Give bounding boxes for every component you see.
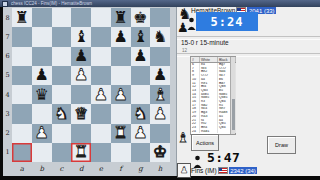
square-c4[interactable] — [52, 85, 72, 104]
square-b2[interactable]: ♟ — [32, 124, 52, 143]
square-h7[interactable]: ♞ — [150, 27, 170, 46]
square-g1[interactable] — [131, 143, 151, 162]
square-f4[interactable]: ♟ — [111, 85, 131, 104]
rank-label-7: 7 — [3, 27, 12, 46]
bottom-player-rating: 2342 (34) — [229, 167, 258, 174]
captured-white-pawn-icon: ♟ — [177, 163, 191, 178]
square-c7[interactable] — [52, 27, 72, 46]
piece-white-rook: ♜ — [74, 144, 88, 160]
square-h2[interactable] — [150, 124, 170, 143]
square-e6[interactable] — [91, 47, 111, 66]
captured-white-bishop-icon: ♝ — [177, 131, 189, 144]
piece-white-bishop: ♝ — [153, 87, 167, 103]
square-b8[interactable] — [32, 8, 52, 27]
square-e4[interactable]: ♟ — [91, 85, 111, 104]
file-label-a: a — [12, 163, 32, 175]
title-bar[interactable]: chess ICC24 - Fins(IM) - HematiteBrown — [0, 0, 320, 7]
square-h1[interactable]: ♚ — [150, 143, 170, 162]
square-g6[interactable]: ♟ — [131, 47, 151, 66]
square-a1[interactable] — [12, 143, 32, 162]
rank-label-1: 1 — [3, 143, 12, 162]
square-e5[interactable] — [91, 66, 111, 85]
piece-black-knight: ♞ — [153, 29, 167, 45]
bottom-border — [0, 176, 320, 180]
piece-white-pawn: ♟ — [74, 67, 88, 83]
rank-label-8: 8 — [3, 8, 12, 27]
file-label-g: g — [131, 163, 151, 175]
actions-button[interactable]: Actions — [191, 134, 219, 151]
square-d5[interactable]: ♟ — [71, 66, 91, 85]
piece-white-queen: ♛ — [74, 106, 88, 122]
board-frame: 87654321 ♜♜♚♝♟♝♞♟♟♟♟♟♛♟♟♝♞♛♞♟♟♜♟♜♚ abcde… — [3, 7, 177, 176]
piece-white-pawn: ♟ — [34, 125, 48, 141]
square-d3[interactable]: ♛ — [71, 104, 91, 123]
square-a7[interactable] — [12, 27, 32, 46]
bottom-player-name: Fins (IM) — [191, 167, 217, 174]
game-panel: ♞ ♟ HematiteBrown 2041 (33) 5:24 15-0 r … — [177, 7, 320, 176]
square-h4[interactable]: ♝ — [150, 85, 170, 104]
move-row-24[interactable]: 24Rad1 — [191, 130, 236, 134]
top-player-clock: 5:24 — [196, 12, 258, 31]
square-f1[interactable] — [111, 143, 131, 162]
game-type-label: 15-0 r 15-minute — [181, 39, 229, 46]
rank-label-4: 4 — [3, 85, 12, 104]
top-player-icon — [187, 16, 196, 34]
square-d4[interactable] — [71, 85, 91, 104]
square-g3[interactable]: ♞ — [131, 104, 151, 123]
square-e2[interactable] — [91, 124, 111, 143]
square-g4[interactable] — [131, 85, 151, 104]
square-f3[interactable] — [111, 104, 131, 123]
piece-black-pawn: ♟ — [113, 29, 127, 45]
move-cell[interactable]: Rad1 — [200, 130, 218, 134]
square-c3[interactable]: ♞ — [52, 104, 72, 123]
piece-black-pawn: ♟ — [34, 67, 48, 83]
square-h8[interactable] — [150, 8, 170, 27]
piece-black-bishop: ♝ — [74, 29, 88, 45]
square-e3[interactable] — [91, 104, 111, 123]
square-a2[interactable] — [12, 124, 32, 143]
square-a3[interactable] — [12, 104, 32, 123]
rank-label-5: 5 — [3, 66, 12, 85]
square-g8[interactable]: ♚ — [131, 8, 151, 27]
square-c8[interactable] — [52, 8, 72, 27]
rank-labels: 87654321 — [3, 8, 12, 162]
square-g5[interactable] — [131, 66, 151, 85]
bottom-player-row[interactable]: Fins (IM) 2342 (34) — [191, 167, 257, 174]
square-a8[interactable]: ♜ — [12, 8, 32, 27]
piece-black-rook: ♜ — [113, 10, 127, 26]
us-flag-icon — [218, 167, 228, 174]
rank-label-2: 2 — [3, 124, 12, 143]
file-label-b: b — [32, 163, 52, 175]
piece-white-knight: ♞ — [133, 106, 147, 122]
square-d2[interactable] — [71, 124, 91, 143]
file-label-e: e — [91, 163, 111, 175]
bottom-player-clock: 5:47 — [207, 150, 240, 165]
square-a4[interactable] — [12, 85, 32, 104]
piece-white-pawn: ♟ — [153, 106, 167, 122]
square-f2[interactable]: ♜ — [111, 124, 131, 143]
file-labels: abcdefgh — [12, 163, 170, 175]
square-d7[interactable]: ♝ — [71, 27, 91, 46]
square-f5[interactable] — [111, 66, 131, 85]
piece-white-rook: ♜ — [113, 125, 127, 141]
square-d8[interactable] — [71, 8, 91, 27]
piece-white-pawn: ♟ — [133, 125, 147, 141]
square-d6[interactable]: ♟ — [71, 47, 91, 66]
rank-label-3: 3 — [3, 104, 12, 123]
square-b3[interactable] — [32, 104, 52, 123]
piece-black-bishop: ♝ — [133, 29, 147, 45]
chess-board[interactable]: ♜♜♚♝♟♝♞♟♟♟♟♟♛♟♟♝♞♛♞♟♟♜♟♜♚ — [12, 8, 170, 162]
square-b5[interactable]: ♟ — [32, 66, 52, 85]
rank-label-6: 6 — [3, 47, 12, 66]
piece-black-rook: ♜ — [15, 10, 29, 26]
square-h5[interactable]: ♟ — [150, 66, 170, 85]
piece-black-king: ♚ — [133, 10, 147, 26]
piece-white-pawn: ♟ — [94, 87, 108, 103]
square-g7[interactable]: ♝ — [131, 27, 151, 46]
square-c2[interactable] — [52, 124, 72, 143]
file-label-h: h — [150, 163, 170, 175]
square-h3[interactable]: ♟ — [150, 104, 170, 123]
square-b1[interactable] — [32, 143, 52, 162]
square-b4[interactable]: ♛ — [32, 85, 52, 104]
piece-white-knight: ♞ — [54, 106, 68, 122]
piece-black-queen: ♛ — [34, 87, 48, 103]
file-label-f: f — [111, 163, 131, 175]
square-c5[interactable] — [52, 66, 72, 85]
square-f7[interactable]: ♟ — [111, 27, 131, 46]
piece-black-pawn: ♟ — [153, 67, 167, 83]
move-list[interactable]: #WhiteBlack 6e4Bg77Nf3O-O8Be2Na69O-ONc71… — [190, 56, 236, 135]
square-f6[interactable] — [111, 47, 131, 66]
square-b6[interactable] — [32, 47, 52, 66]
square-e1[interactable] — [91, 143, 111, 162]
white-pawn-glyph: ♟ — [180, 166, 188, 175]
chess-app-window: chess ICC24 - Fins(IM) - HematiteBrown 8… — [0, 0, 320, 180]
move-list-scrollbar[interactable] — [230, 57, 235, 134]
square-c6[interactable] — [52, 47, 72, 66]
square-a6[interactable] — [12, 47, 32, 66]
square-e7[interactable] — [91, 27, 111, 46]
square-d1[interactable]: ♜ — [71, 143, 91, 162]
square-g2[interactable]: ♟ — [131, 124, 151, 143]
app-icon — [2, 1, 8, 7]
piece-white-king: ♚ — [153, 144, 167, 160]
move-cell[interactable]: 24 — [191, 130, 200, 134]
draw-button[interactable]: Draw — [267, 136, 296, 154]
square-h6[interactable] — [150, 47, 170, 66]
scrollbar-thumb[interactable] — [232, 99, 235, 130]
square-a5[interactable] — [12, 66, 32, 85]
square-f8[interactable]: ♜ — [111, 8, 131, 27]
square-c1[interactable] — [52, 143, 72, 162]
piece-white-pawn: ♟ — [113, 87, 127, 103]
file-label-c: c — [52, 163, 72, 175]
square-b7[interactable] — [32, 27, 52, 46]
piece-black-pawn: ♟ — [133, 48, 147, 64]
piece-black-pawn: ♟ — [74, 48, 88, 64]
window-title: chess ICC24 - Fins(IM) - HematiteBrown — [11, 1, 92, 6]
square-e8[interactable] — [91, 8, 111, 27]
file-label-d: d — [71, 163, 91, 175]
